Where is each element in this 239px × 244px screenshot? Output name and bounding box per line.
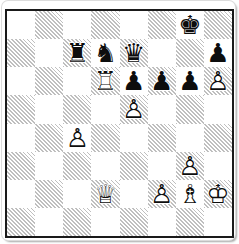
white-pawn-f2: ♟♙ bbox=[148, 180, 176, 208]
white-bishop-g2: ♝♗ bbox=[176, 180, 204, 208]
square-g8: ♚ bbox=[176, 11, 204, 39]
black-pawn-g6: ♟ bbox=[176, 67, 204, 95]
square-d7: ♞ bbox=[91, 39, 119, 67]
square-a8 bbox=[7, 11, 35, 39]
square-c7: ♜ bbox=[63, 39, 91, 67]
square-c6 bbox=[63, 67, 91, 95]
square-b5 bbox=[35, 95, 63, 123]
square-a7 bbox=[7, 39, 35, 67]
square-b4 bbox=[35, 124, 63, 152]
square-c1 bbox=[63, 208, 91, 236]
white-pawn-h6: ♟♙ bbox=[204, 67, 232, 95]
square-c2 bbox=[63, 180, 91, 208]
square-a4 bbox=[7, 124, 35, 152]
square-e4 bbox=[120, 124, 148, 152]
square-e3 bbox=[120, 152, 148, 180]
square-d2: ♛♕ bbox=[91, 180, 119, 208]
square-f8 bbox=[148, 11, 176, 39]
square-f4 bbox=[148, 124, 176, 152]
square-d5 bbox=[91, 95, 119, 123]
square-b8 bbox=[35, 11, 63, 39]
square-g1 bbox=[176, 208, 204, 236]
square-f1 bbox=[148, 208, 176, 236]
square-h8 bbox=[204, 11, 232, 39]
square-f3 bbox=[148, 152, 176, 180]
black-pawn-h7: ♟ bbox=[204, 39, 232, 67]
square-c8 bbox=[63, 11, 91, 39]
square-d6: ♜♖ bbox=[91, 67, 119, 95]
square-e2 bbox=[120, 180, 148, 208]
black-king-g8: ♚ bbox=[176, 11, 204, 39]
square-h6: ♟♙ bbox=[204, 67, 232, 95]
black-rook-c7: ♜ bbox=[63, 39, 91, 67]
chess-board: ♚♜♞♛♟♜♖♟♟♟♟♙♟♙♟♙♟♙♛♕♟♙♝♗♚♔ bbox=[5, 9, 234, 238]
black-pawn-f6: ♟ bbox=[148, 67, 176, 95]
square-h2: ♚♔ bbox=[204, 180, 232, 208]
square-f2: ♟♙ bbox=[148, 180, 176, 208]
square-g4 bbox=[176, 124, 204, 152]
square-d1 bbox=[91, 208, 119, 236]
square-e6: ♟ bbox=[120, 67, 148, 95]
square-h1 bbox=[204, 208, 232, 236]
square-b2 bbox=[35, 180, 63, 208]
square-f7 bbox=[148, 39, 176, 67]
square-g5 bbox=[176, 95, 204, 123]
chess-diagram-image: ♚♜♞♛♟♜♖♟♟♟♟♙♟♙♟♙♟♙♛♕♟♙♝♗♚♔ bbox=[0, 0, 239, 244]
square-a5 bbox=[7, 95, 35, 123]
square-c4: ♟♙ bbox=[63, 124, 91, 152]
square-a2 bbox=[7, 180, 35, 208]
square-g2: ♝♗ bbox=[176, 180, 204, 208]
square-h7: ♟ bbox=[204, 39, 232, 67]
square-h5 bbox=[204, 95, 232, 123]
black-queen-e7: ♛ bbox=[120, 39, 148, 67]
square-g6: ♟ bbox=[176, 67, 204, 95]
square-c3 bbox=[63, 152, 91, 180]
square-d4 bbox=[91, 124, 119, 152]
square-a3 bbox=[7, 152, 35, 180]
square-b1 bbox=[35, 208, 63, 236]
square-e1 bbox=[120, 208, 148, 236]
white-rook-d6: ♜♖ bbox=[91, 67, 119, 95]
white-pawn-g3: ♟♙ bbox=[176, 152, 204, 180]
square-b3 bbox=[35, 152, 63, 180]
square-g7 bbox=[176, 39, 204, 67]
square-f6: ♟ bbox=[148, 67, 176, 95]
white-queen-d2: ♛♕ bbox=[91, 180, 119, 208]
square-f5 bbox=[148, 95, 176, 123]
square-e8 bbox=[120, 11, 148, 39]
square-h3 bbox=[204, 152, 232, 180]
square-e5: ♟♙ bbox=[120, 95, 148, 123]
square-b7 bbox=[35, 39, 63, 67]
square-a1 bbox=[7, 208, 35, 236]
white-pawn-c4: ♟♙ bbox=[63, 124, 91, 152]
square-g3: ♟♙ bbox=[176, 152, 204, 180]
black-pawn-e6: ♟ bbox=[120, 67, 148, 95]
white-pawn-e5: ♟♙ bbox=[120, 95, 148, 123]
square-e7: ♛ bbox=[120, 39, 148, 67]
square-d8 bbox=[91, 11, 119, 39]
white-king-h2: ♚♔ bbox=[204, 180, 232, 208]
black-knight-d7: ♞ bbox=[91, 39, 119, 67]
square-c5 bbox=[63, 95, 91, 123]
square-d3 bbox=[91, 152, 119, 180]
square-a6 bbox=[7, 67, 35, 95]
square-b6 bbox=[35, 67, 63, 95]
square-h4 bbox=[204, 124, 232, 152]
